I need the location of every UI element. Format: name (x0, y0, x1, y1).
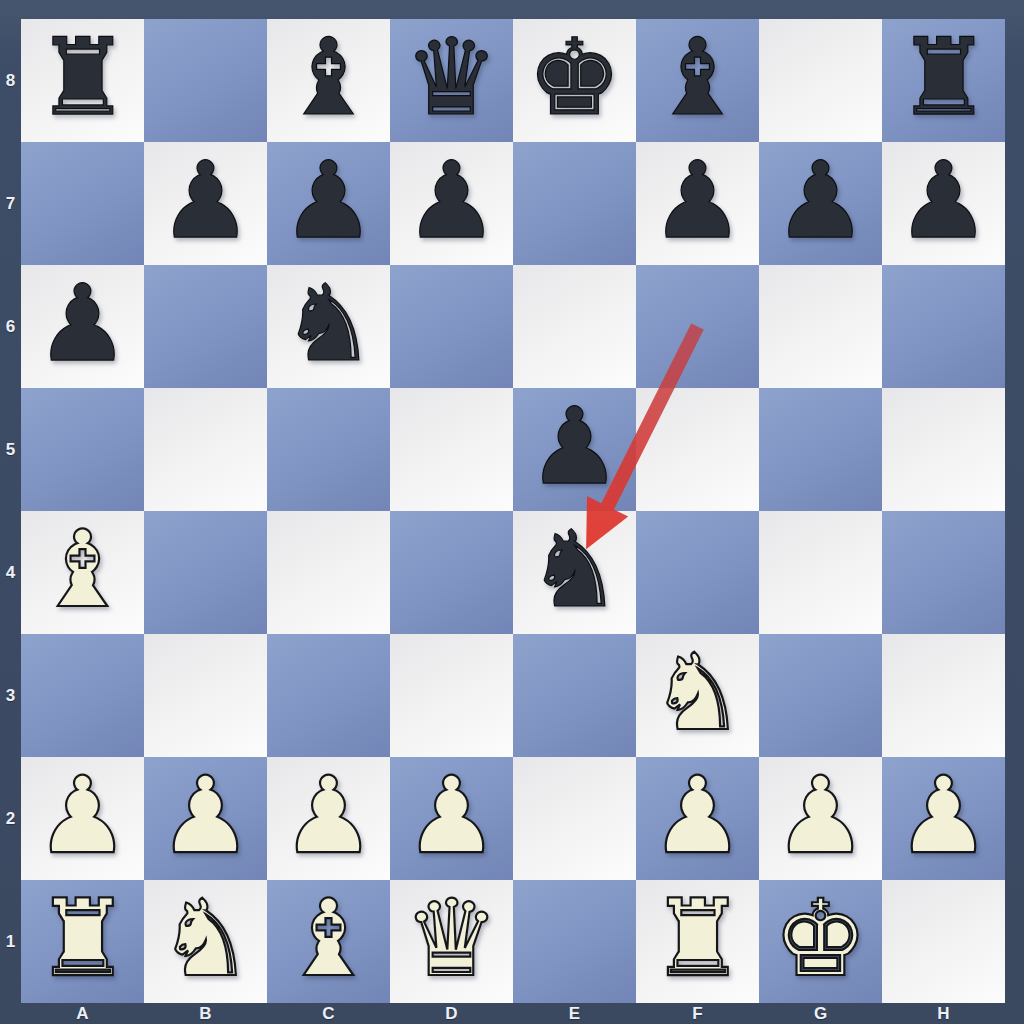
piece-black-pawn[interactable]: ♟ (773, 148, 868, 254)
piece-white-queen[interactable]: ♛ (404, 886, 499, 992)
square-e7[interactable] (513, 142, 636, 265)
piece-black-pawn[interactable]: ♟ (404, 148, 499, 254)
square-f2[interactable]: ♟ (636, 757, 759, 880)
square-h4[interactable] (882, 511, 1005, 634)
piece-white-pawn[interactable]: ♟ (35, 763, 130, 869)
square-h8[interactable]: ♜ (882, 19, 1005, 142)
piece-white-bishop[interactable]: ♝ (281, 886, 376, 992)
piece-black-pawn[interactable]: ♟ (896, 148, 991, 254)
rank-label-2: 2 (0, 757, 21, 880)
piece-black-queen[interactable]: ♛ (404, 25, 499, 131)
square-c3[interactable] (267, 634, 390, 757)
square-g8[interactable] (759, 19, 882, 142)
square-d4[interactable] (390, 511, 513, 634)
square-c5[interactable] (267, 388, 390, 511)
rank-label-4: 4 (0, 511, 21, 634)
square-a4[interactable]: ♝ (21, 511, 144, 634)
square-b8[interactable] (144, 19, 267, 142)
square-f4[interactable] (636, 511, 759, 634)
piece-white-king[interactable]: ♚ (773, 886, 868, 992)
piece-white-pawn[interactable]: ♟ (158, 763, 253, 869)
piece-white-rook[interactable]: ♜ (35, 886, 130, 992)
square-f6[interactable] (636, 265, 759, 388)
square-g2[interactable]: ♟ (759, 757, 882, 880)
square-e3[interactable] (513, 634, 636, 757)
square-e2[interactable] (513, 757, 636, 880)
square-c7[interactable]: ♟ (267, 142, 390, 265)
square-f7[interactable]: ♟ (636, 142, 759, 265)
file-label-c: C (267, 1003, 390, 1024)
square-d7[interactable]: ♟ (390, 142, 513, 265)
square-d1[interactable]: ♛ (390, 880, 513, 1003)
square-a8[interactable]: ♜ (21, 19, 144, 142)
square-c1[interactable]: ♝ (267, 880, 390, 1003)
square-d5[interactable] (390, 388, 513, 511)
piece-black-pawn[interactable]: ♟ (158, 148, 253, 254)
square-h1[interactable] (882, 880, 1005, 1003)
piece-black-pawn[interactable]: ♟ (281, 148, 376, 254)
square-h7[interactable]: ♟ (882, 142, 1005, 265)
square-a5[interactable] (21, 388, 144, 511)
square-e4[interactable]: ♞ (513, 511, 636, 634)
square-b7[interactable]: ♟ (144, 142, 267, 265)
piece-white-knight[interactable]: ♞ (158, 886, 253, 992)
piece-white-pawn[interactable]: ♟ (896, 763, 991, 869)
square-h5[interactable] (882, 388, 1005, 511)
piece-black-bishop[interactable]: ♝ (281, 25, 376, 131)
square-d6[interactable] (390, 265, 513, 388)
square-b1[interactable]: ♞ (144, 880, 267, 1003)
square-a2[interactable]: ♟ (21, 757, 144, 880)
piece-white-pawn[interactable]: ♟ (650, 763, 745, 869)
square-g3[interactable] (759, 634, 882, 757)
piece-white-rook[interactable]: ♜ (650, 886, 745, 992)
piece-black-rook[interactable]: ♜ (896, 25, 991, 131)
piece-black-knight[interactable]: ♞ (281, 271, 376, 377)
square-d8[interactable]: ♛ (390, 19, 513, 142)
square-e8[interactable]: ♚ (513, 19, 636, 142)
piece-white-pawn[interactable]: ♟ (281, 763, 376, 869)
piece-black-pawn[interactable]: ♟ (527, 394, 622, 500)
piece-black-knight[interactable]: ♞ (527, 517, 622, 623)
square-a1[interactable]: ♜ (21, 880, 144, 1003)
square-h6[interactable] (882, 265, 1005, 388)
square-h3[interactable] (882, 634, 1005, 757)
square-h2[interactable]: ♟ (882, 757, 1005, 880)
square-g4[interactable] (759, 511, 882, 634)
square-c6[interactable]: ♞ (267, 265, 390, 388)
square-b2[interactable]: ♟ (144, 757, 267, 880)
piece-white-bishop[interactable]: ♝ (35, 517, 130, 623)
square-g1[interactable]: ♚ (759, 880, 882, 1003)
piece-black-pawn[interactable]: ♟ (650, 148, 745, 254)
square-a6[interactable]: ♟ (21, 265, 144, 388)
square-e6[interactable] (513, 265, 636, 388)
rank-label-1: 1 (0, 880, 21, 1003)
square-e5[interactable]: ♟ (513, 388, 636, 511)
square-f3[interactable]: ♞ (636, 634, 759, 757)
rank-label-5: 5 (0, 388, 21, 511)
square-g5[interactable] (759, 388, 882, 511)
piece-white-pawn[interactable]: ♟ (404, 763, 499, 869)
rank-label-6: 6 (0, 265, 21, 388)
file-label-f: F (636, 1003, 759, 1024)
square-b4[interactable] (144, 511, 267, 634)
square-c8[interactable]: ♝ (267, 19, 390, 142)
square-f8[interactable]: ♝ (636, 19, 759, 142)
file-label-b: B (144, 1003, 267, 1024)
file-label-e: E (513, 1003, 636, 1024)
file-label-h: H (882, 1003, 1005, 1024)
chess-diagram: ♜♝♛♚♝♜♟♟♟♟♟♟♟♞♟♝♞♞♟♟♟♟♟♟♟♜♞♝♛♜♚ 87654321… (0, 0, 1024, 1024)
piece-black-rook[interactable]: ♜ (35, 25, 130, 131)
square-c2[interactable]: ♟ (267, 757, 390, 880)
square-d2[interactable]: ♟ (390, 757, 513, 880)
square-a7[interactable] (21, 142, 144, 265)
file-label-g: G (759, 1003, 882, 1024)
square-a3[interactable] (21, 634, 144, 757)
square-g7[interactable]: ♟ (759, 142, 882, 265)
square-g6[interactable] (759, 265, 882, 388)
piece-black-pawn[interactable]: ♟ (35, 271, 130, 377)
rank-label-3: 3 (0, 634, 21, 757)
piece-black-bishop[interactable]: ♝ (650, 25, 745, 131)
square-d3[interactable] (390, 634, 513, 757)
square-e1[interactable] (513, 880, 636, 1003)
rank-label-8: 8 (0, 19, 21, 142)
square-c4[interactable] (267, 511, 390, 634)
square-f5[interactable] (636, 388, 759, 511)
piece-white-knight[interactable]: ♞ (650, 640, 745, 746)
file-label-d: D (390, 1003, 513, 1024)
square-b5[interactable] (144, 388, 267, 511)
square-b6[interactable] (144, 265, 267, 388)
square-b3[interactable] (144, 634, 267, 757)
piece-black-king[interactable]: ♚ (527, 25, 622, 131)
square-f1[interactable]: ♜ (636, 880, 759, 1003)
piece-white-pawn[interactable]: ♟ (773, 763, 868, 869)
file-label-a: A (21, 1003, 144, 1024)
rank-label-7: 7 (0, 142, 21, 265)
chess-board: ♜♝♛♚♝♜♟♟♟♟♟♟♟♞♟♝♞♞♟♟♟♟♟♟♟♜♞♝♛♜♚ (21, 19, 1005, 1003)
